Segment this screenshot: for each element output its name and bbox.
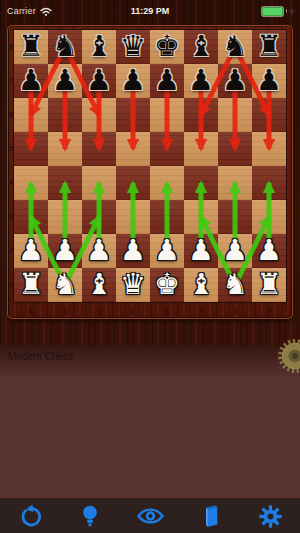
variant-label: Modern Chess (8, 351, 73, 362)
square-c1[interactable]: ♝ (82, 268, 116, 302)
square-a5[interactable] (14, 132, 48, 166)
app-screen: Carrier 11:29 PM ♜♞♝♛♚♝♞♜♟♟♟♟♟♟♟♟♟♟♟♟♟♟♟… (0, 0, 300, 533)
show-moves-button[interactable] (130, 501, 170, 531)
piece-white-pawn[interactable]: ♟ (150, 233, 184, 267)
opening-book-button[interactable] (190, 501, 230, 531)
battery-group (261, 0, 296, 22)
square-c7[interactable]: ♟ (82, 64, 116, 98)
piece-white-rook[interactable]: ♜ (14, 267, 48, 301)
square-c3[interactable] (82, 200, 116, 234)
square-d4[interactable] (116, 166, 150, 200)
rank-label-5: 5 (8, 145, 14, 152)
square-e7[interactable]: ♟ (150, 64, 184, 98)
piece-white-pawn[interactable]: ♟ (184, 233, 218, 267)
piece-black-pawn[interactable]: ♟ (252, 63, 286, 97)
piece-black-knight[interactable]: ♞ (48, 29, 82, 63)
square-e1[interactable]: ♚ (150, 268, 184, 302)
square-b4[interactable] (48, 166, 82, 200)
charging-bolt-icon (289, 6, 295, 17)
piece-black-pawn[interactable]: ♟ (116, 63, 150, 97)
file-label-f: F (184, 308, 218, 315)
battery-icon (261, 6, 284, 17)
piece-black-pawn[interactable]: ♟ (82, 63, 116, 97)
square-c5[interactable] (82, 132, 116, 166)
file-label-c: C (82, 308, 116, 315)
undo-rotate-icon (18, 504, 43, 529)
file-label-a: A (14, 308, 48, 315)
piece-white-pawn[interactable]: ♟ (116, 233, 150, 267)
square-d3[interactable] (116, 200, 150, 234)
piece-white-pawn[interactable]: ♟ (48, 233, 82, 267)
square-d5[interactable] (116, 132, 150, 166)
square-c6[interactable] (82, 98, 116, 132)
piece-black-bishop[interactable]: ♝ (184, 29, 218, 63)
piece-white-knight[interactable]: ♞ (218, 267, 252, 301)
gear-decoration-icon (275, 336, 300, 376)
square-a8[interactable]: ♜ (14, 30, 48, 64)
battery-cap (286, 9, 288, 13)
file-label-d: D (116, 308, 150, 315)
square-b1[interactable]: ♞ (48, 268, 82, 302)
square-h6[interactable] (252, 98, 286, 132)
square-a3[interactable] (14, 200, 48, 234)
square-b5[interactable] (48, 132, 82, 166)
piece-black-pawn[interactable]: ♟ (150, 63, 184, 97)
square-h1[interactable]: ♜ (252, 268, 286, 302)
file-label-g: G (218, 308, 252, 315)
square-b2[interactable]: ♟ (48, 234, 82, 268)
square-h7[interactable]: ♟ (252, 64, 286, 98)
piece-black-pawn[interactable]: ♟ (48, 63, 82, 97)
square-e2[interactable]: ♟ (150, 234, 184, 268)
square-g6[interactable] (218, 98, 252, 132)
square-a2[interactable]: ♟ (14, 234, 48, 268)
square-f5[interactable] (184, 132, 218, 166)
piece-black-bishop[interactable]: ♝ (82, 29, 116, 63)
square-f7[interactable]: ♟ (184, 64, 218, 98)
square-e4[interactable] (150, 166, 184, 200)
square-e5[interactable] (150, 132, 184, 166)
file-label-e: E (150, 308, 184, 315)
square-g2[interactable]: ♟ (218, 234, 252, 268)
lightbulb-icon (79, 504, 101, 528)
piece-white-bishop[interactable]: ♝ (184, 267, 218, 301)
piece-black-pawn[interactable]: ♟ (184, 63, 218, 97)
piece-white-pawn[interactable]: ♟ (252, 233, 286, 267)
rank-label-4: 4 (8, 179, 14, 186)
piece-black-rook[interactable]: ♜ (14, 29, 48, 63)
square-f2[interactable]: ♟ (184, 234, 218, 268)
square-g3[interactable] (218, 200, 252, 234)
square-a6[interactable] (14, 98, 48, 132)
square-b3[interactable] (48, 200, 82, 234)
square-d6[interactable] (116, 98, 150, 132)
square-g4[interactable] (218, 166, 252, 200)
bottom-toolbar (0, 499, 300, 533)
square-f8[interactable]: ♝ (184, 30, 218, 64)
file-label-b: B (48, 308, 82, 315)
square-f1[interactable]: ♝ (184, 268, 218, 302)
rank-label-6: 6 (8, 111, 14, 118)
square-f6[interactable] (184, 98, 218, 132)
square-d7[interactable]: ♟ (116, 64, 150, 98)
book-icon (199, 504, 222, 528)
chess-board-frame: ♜♞♝♛♚♝♞♜♟♟♟♟♟♟♟♟♟♟♟♟♟♟♟♟♜♞♝♛♚♝♞♜ 8765432… (7, 25, 293, 319)
piece-white-knight[interactable]: ♞ (48, 267, 82, 301)
square-f3[interactable] (184, 200, 218, 234)
square-d1[interactable]: ♛ (116, 268, 150, 302)
square-h4[interactable] (252, 166, 286, 200)
square-a4[interactable] (14, 166, 48, 200)
square-h8[interactable]: ♜ (252, 30, 286, 64)
rank-label-3: 3 (8, 213, 14, 220)
info-panel: Modern Chess (0, 345, 300, 499)
piece-white-pawn[interactable]: ♟ (218, 233, 252, 267)
square-b6[interactable] (48, 98, 82, 132)
piece-white-queen[interactable]: ♛ (116, 267, 150, 301)
undo-button[interactable] (10, 501, 50, 531)
gear-icon (258, 504, 283, 529)
square-a1[interactable]: ♜ (14, 268, 48, 302)
square-d8[interactable]: ♛ (116, 30, 150, 64)
eye-icon (137, 506, 164, 526)
square-a7[interactable]: ♟ (14, 64, 48, 98)
piece-white-bishop[interactable]: ♝ (82, 267, 116, 301)
square-e6[interactable] (150, 98, 184, 132)
piece-black-king[interactable]: ♚ (150, 29, 184, 63)
square-h5[interactable] (252, 132, 286, 166)
square-h3[interactable] (252, 200, 286, 234)
piece-black-knight[interactable]: ♞ (218, 29, 252, 63)
square-c2[interactable]: ♟ (82, 234, 116, 268)
chess-board[interactable]: ♜♞♝♛♚♝♞♜♟♟♟♟♟♟♟♟♟♟♟♟♟♟♟♟♜♞♝♛♚♝♞♜ (14, 30, 286, 302)
piece-white-pawn[interactable]: ♟ (14, 233, 48, 267)
square-b8[interactable]: ♞ (48, 30, 82, 64)
square-c4[interactable] (82, 166, 116, 200)
square-c8[interactable]: ♝ (82, 30, 116, 64)
file-label-h: H (252, 308, 286, 315)
square-g5[interactable] (218, 132, 252, 166)
square-h2[interactable]: ♟ (252, 234, 286, 268)
square-g7[interactable]: ♟ (218, 64, 252, 98)
square-d2[interactable]: ♟ (116, 234, 150, 268)
piece-black-queen[interactable]: ♛ (116, 29, 150, 63)
square-f4[interactable] (184, 166, 218, 200)
hint-button[interactable] (70, 501, 110, 531)
square-g1[interactable]: ♞ (218, 268, 252, 302)
settings-button[interactable] (250, 501, 290, 531)
piece-white-rook[interactable]: ♜ (252, 267, 286, 301)
status-bar: Carrier 11:29 PM (0, 0, 300, 22)
clock-time: 11:29 PM (0, 6, 300, 16)
piece-black-pawn[interactable]: ♟ (14, 63, 48, 97)
piece-black-pawn[interactable]: ♟ (218, 63, 252, 97)
square-e8[interactable]: ♚ (150, 30, 184, 64)
square-e3[interactable] (150, 200, 184, 234)
piece-black-rook[interactable]: ♜ (252, 29, 286, 63)
piece-white-pawn[interactable]: ♟ (82, 233, 116, 267)
square-g8[interactable]: ♞ (218, 30, 252, 64)
square-b7[interactable]: ♟ (48, 64, 82, 98)
piece-white-king[interactable]: ♚ (150, 267, 184, 301)
